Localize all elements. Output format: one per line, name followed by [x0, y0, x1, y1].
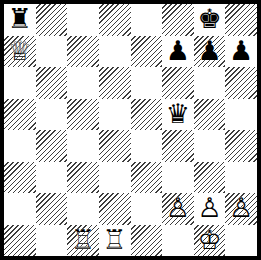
square-c3[interactable] — [67, 162, 99, 194]
square-h1[interactable] — [225, 225, 257, 257]
square-b4[interactable] — [36, 130, 68, 162]
square-a2[interactable] — [4, 193, 36, 225]
piece-white-pawn[interactable]: ♙ — [166, 194, 190, 221]
square-g1[interactable]: ♔ — [194, 225, 226, 257]
square-h2[interactable]: ♙ — [225, 193, 257, 225]
square-b3[interactable] — [36, 162, 68, 194]
square-c7[interactable] — [67, 36, 99, 68]
piece-black-rook[interactable]: ♜ — [8, 5, 32, 32]
square-d2[interactable] — [99, 193, 131, 225]
square-g8[interactable]: ♚ — [194, 4, 226, 36]
piece-black-queen[interactable]: ♛ — [166, 100, 190, 127]
square-h5[interactable] — [225, 99, 257, 131]
square-f4[interactable] — [162, 130, 194, 162]
piece-white-rook[interactable]: ♖ — [103, 226, 127, 253]
square-h4[interactable] — [225, 130, 257, 162]
square-c4[interactable] — [67, 130, 99, 162]
square-g5[interactable] — [194, 99, 226, 131]
square-f3[interactable] — [162, 162, 194, 194]
piece-black-pawn[interactable]: ♟ — [229, 37, 253, 64]
square-g4[interactable] — [194, 130, 226, 162]
square-e4[interactable] — [131, 130, 163, 162]
square-g3[interactable] — [194, 162, 226, 194]
square-a8[interactable]: ♜ — [4, 4, 36, 36]
square-e7[interactable] — [131, 36, 163, 68]
square-b8[interactable] — [36, 4, 68, 36]
square-a5[interactable] — [4, 99, 36, 131]
square-g2[interactable]: ♙ — [194, 193, 226, 225]
square-h8[interactable] — [225, 4, 257, 36]
square-d3[interactable] — [99, 162, 131, 194]
square-a7[interactable]: ♕ — [4, 36, 36, 68]
piece-white-pawn[interactable]: ♙ — [229, 194, 253, 221]
piece-black-pawn[interactable]: ♟ — [197, 37, 221, 64]
square-h3[interactable] — [225, 162, 257, 194]
square-d6[interactable] — [99, 67, 131, 99]
piece-black-king[interactable]: ♚ — [197, 5, 221, 32]
square-d8[interactable] — [99, 4, 131, 36]
square-c5[interactable] — [67, 99, 99, 131]
square-f8[interactable] — [162, 4, 194, 36]
square-c6[interactable] — [67, 67, 99, 99]
chess-board-frame: ♜♚♕♟♟♟♛♙♙♙♖♖♔ — [0, 0, 261, 260]
square-c2[interactable] — [67, 193, 99, 225]
square-g6[interactable] — [194, 67, 226, 99]
square-a3[interactable] — [4, 162, 36, 194]
square-f6[interactable] — [162, 67, 194, 99]
square-f5[interactable]: ♛ — [162, 99, 194, 131]
chess-board: ♜♚♕♟♟♟♛♙♙♙♖♖♔ — [4, 4, 257, 256]
square-g7[interactable]: ♟ — [194, 36, 226, 68]
square-b1[interactable] — [36, 225, 68, 257]
square-a4[interactable] — [4, 130, 36, 162]
piece-black-pawn[interactable]: ♟ — [166, 37, 190, 64]
square-e8[interactable] — [131, 4, 163, 36]
square-b7[interactable] — [36, 36, 68, 68]
square-h6[interactable] — [225, 67, 257, 99]
square-d5[interactable] — [99, 99, 131, 131]
square-b5[interactable] — [36, 99, 68, 131]
piece-white-pawn[interactable]: ♙ — [197, 194, 221, 221]
square-f7[interactable]: ♟ — [162, 36, 194, 68]
square-d1[interactable]: ♖ — [99, 225, 131, 257]
square-e3[interactable] — [131, 162, 163, 194]
square-e1[interactable] — [131, 225, 163, 257]
square-h7[interactable]: ♟ — [225, 36, 257, 68]
square-e6[interactable] — [131, 67, 163, 99]
square-f2[interactable]: ♙ — [162, 193, 194, 225]
piece-white-king[interactable]: ♔ — [197, 226, 221, 253]
square-e2[interactable] — [131, 193, 163, 225]
square-b2[interactable] — [36, 193, 68, 225]
square-c1[interactable]: ♖ — [67, 225, 99, 257]
square-b6[interactable] — [36, 67, 68, 99]
square-c8[interactable] — [67, 4, 99, 36]
square-f1[interactable] — [162, 225, 194, 257]
piece-white-rook[interactable]: ♖ — [71, 226, 95, 253]
square-a6[interactable] — [4, 67, 36, 99]
square-d4[interactable] — [99, 130, 131, 162]
piece-white-queen[interactable]: ♕ — [8, 37, 32, 64]
square-e5[interactable] — [131, 99, 163, 131]
square-d7[interactable] — [99, 36, 131, 68]
square-a1[interactable] — [4, 225, 36, 257]
